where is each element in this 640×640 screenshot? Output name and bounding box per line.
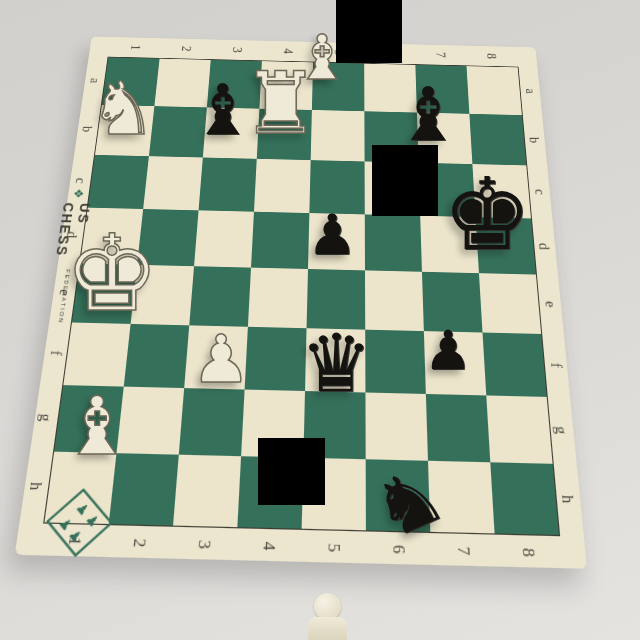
piece-white-knight-b1: ♞ [90, 71, 156, 145]
square-g7 [426, 394, 490, 462]
coordinate-label-c: c [70, 173, 89, 188]
offboard-white-pawn-collar [308, 617, 347, 640]
piece-black-pawn-d5: ♟ [307, 207, 357, 263]
square-h8 [490, 462, 559, 535]
square-e3 [189, 266, 251, 327]
square-d6 [365, 214, 422, 271]
coordinate-label-e: e [540, 295, 560, 312]
coordinate-label-7: 7 [432, 48, 449, 62]
square-a8 [467, 66, 522, 115]
coordinate-label-4: 4 [258, 535, 279, 557]
coordinate-label-1: 1 [126, 40, 144, 53]
square-f4 [245, 327, 307, 391]
us-chess-emblem-icon: ❖ [71, 188, 87, 198]
piece-white-bishop-g1: ♝ [61, 387, 133, 467]
photo-of-chess-game: 11aa22bb33cc44dd55ee66ff77gg88hh ❖ US CH… [0, 0, 640, 640]
coordinate-label-5: 5 [323, 536, 344, 558]
square-c2 [143, 156, 203, 210]
coordinate-label-c: c [530, 184, 549, 200]
coordinate-label-g: g [35, 408, 57, 427]
coordinate-label-2: 2 [178, 42, 195, 55]
piece-white-pawn-f3: ♟ [191, 327, 250, 393]
piece-white-bishop-a5: ♝ [294, 27, 350, 89]
coordinate-label-7: 7 [453, 539, 474, 561]
coordinate-label-h: h [25, 476, 48, 497]
square-c3 [199, 157, 257, 211]
coordinate-label-2: 2 [128, 532, 150, 554]
square-d4 [251, 212, 309, 269]
square-e6 [365, 270, 424, 331]
square-g3 [179, 388, 245, 456]
square-f8 [483, 333, 547, 397]
piece-black-queen-f5: ♛ [300, 324, 372, 404]
square-d3 [194, 210, 254, 267]
coordinate-label-d: d [535, 238, 554, 254]
piece-black-pawn-f7: ♟ [424, 324, 472, 378]
coordinate-label-h: h [557, 489, 579, 510]
coordinate-label-f: f [545, 356, 565, 374]
coordinate-label-a: a [521, 84, 539, 98]
coordinate-label-b: b [525, 133, 543, 148]
coordinate-label-g: g [551, 420, 572, 440]
censored-region-g4 [258, 438, 325, 505]
square-e4 [248, 268, 308, 329]
square-g8 [486, 395, 552, 463]
square-e8 [479, 273, 541, 334]
piece-black-king-d8: ♚ [442, 165, 532, 265]
coordinate-label-3: 3 [193, 533, 215, 555]
piece-white-king-e1: ♚ [64, 221, 159, 327]
square-h3 [173, 455, 241, 527]
square-c4 [254, 159, 311, 213]
coordinate-label-f: f [44, 344, 65, 362]
square-f6 [365, 330, 426, 394]
square-c1 [88, 155, 149, 209]
offboard-white-pawn-head [314, 593, 341, 620]
coordinate-label-8: 8 [517, 541, 539, 563]
piece-black-bishop-b7: ♝ [395, 77, 461, 151]
coordinate-label-8: 8 [483, 49, 500, 63]
